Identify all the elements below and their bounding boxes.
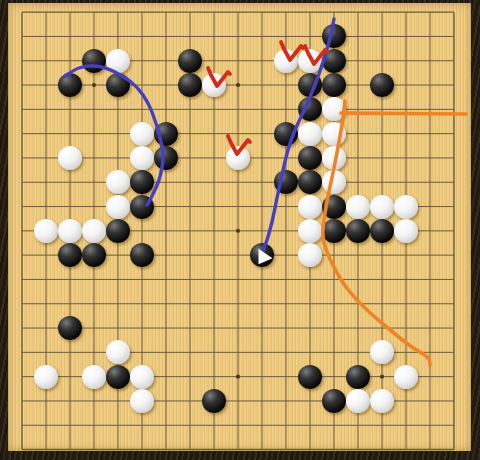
black-stone-5-10 xyxy=(130,243,154,267)
white-stone-15-16 xyxy=(370,389,394,413)
white-stone-5-6 xyxy=(130,146,154,170)
white-stone-4-2 xyxy=(106,49,130,73)
black-stone-11-5 xyxy=(274,122,298,146)
white-stone-5-5 xyxy=(130,122,154,146)
black-stone-8-16 xyxy=(202,389,226,413)
white-stone-15-8 xyxy=(370,195,394,219)
white-stone-2-9 xyxy=(58,219,82,243)
white-stone-13-6 xyxy=(322,146,346,170)
white-stone-14-8 xyxy=(346,195,370,219)
white-stone-3-15 xyxy=(82,365,106,389)
black-stone-11-7 xyxy=(274,170,298,194)
black-stone-15-3 xyxy=(370,73,394,97)
white-stone-3-9 xyxy=(82,219,106,243)
white-stone-4-7 xyxy=(106,170,130,194)
white-stone-8-3 xyxy=(202,73,226,97)
white-stone-5-16 xyxy=(130,389,154,413)
white-stone-12-2 xyxy=(298,49,322,73)
black-stone-13-9 xyxy=(322,219,346,243)
white-stone-13-4 xyxy=(322,97,346,121)
black-stone-6-6 xyxy=(154,146,178,170)
black-stone-12-6 xyxy=(298,146,322,170)
black-stone-13-2 xyxy=(322,49,346,73)
black-stone-5-7 xyxy=(130,170,154,194)
black-stone-12-15 xyxy=(298,365,322,389)
white-stone-1-15 xyxy=(34,365,58,389)
black-stone-13-1 xyxy=(322,24,346,48)
black-stone-2-10 xyxy=(58,243,82,267)
white-stone-12-8 xyxy=(298,195,322,219)
black-stone-13-3 xyxy=(322,73,346,97)
white-stone-13-5 xyxy=(322,122,346,146)
black-stone-12-7 xyxy=(298,170,322,194)
go-board-grid[interactable] xyxy=(10,0,466,460)
black-stone-2-3 xyxy=(58,73,82,97)
black-stone-7-3 xyxy=(178,73,202,97)
white-stone-16-15 xyxy=(394,365,418,389)
white-stone-13-7 xyxy=(322,170,346,194)
black-stone-7-2 xyxy=(178,49,202,73)
black-stone-2-13 xyxy=(58,316,82,340)
white-stone-2-6 xyxy=(58,146,82,170)
black-stone-14-9 xyxy=(346,219,370,243)
white-stone-12-9 xyxy=(298,219,322,243)
white-stone-12-10 xyxy=(298,243,322,267)
black-stone-6-5 xyxy=(154,122,178,146)
white-stone-5-15 xyxy=(130,365,154,389)
black-stone-10-10 xyxy=(250,243,274,267)
white-stone-4-14 xyxy=(106,340,130,364)
black-stone-4-3 xyxy=(106,73,130,97)
go-board-screenshot xyxy=(0,0,480,460)
black-stone-3-10 xyxy=(82,243,106,267)
white-stone-9-6 xyxy=(226,146,250,170)
white-stone-16-9 xyxy=(394,219,418,243)
white-stone-15-14 xyxy=(370,340,394,364)
black-stone-13-16 xyxy=(322,389,346,413)
black-stone-3-2 xyxy=(82,49,106,73)
black-stone-13-8 xyxy=(322,195,346,219)
white-stone-1-9 xyxy=(34,219,58,243)
white-stone-11-2 xyxy=(274,49,298,73)
white-stone-4-8 xyxy=(106,195,130,219)
black-stone-4-15 xyxy=(106,365,130,389)
white-stone-12-5 xyxy=(298,122,322,146)
white-stone-16-8 xyxy=(394,195,418,219)
white-stone-14-16 xyxy=(346,389,370,413)
black-stone-12-3 xyxy=(298,73,322,97)
black-stone-12-4 xyxy=(298,97,322,121)
black-stone-14-15 xyxy=(346,365,370,389)
black-stone-4-9 xyxy=(106,219,130,243)
black-stone-5-8 xyxy=(130,195,154,219)
black-stone-15-9 xyxy=(370,219,394,243)
